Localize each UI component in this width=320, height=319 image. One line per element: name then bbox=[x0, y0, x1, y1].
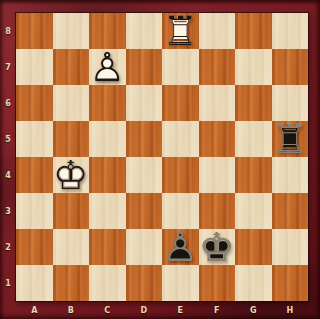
square-d1[interactable] bbox=[126, 265, 163, 301]
square-e5[interactable] bbox=[162, 121, 199, 157]
square-d6[interactable] bbox=[126, 85, 163, 121]
square-f2[interactable]: ♚♔ bbox=[199, 229, 236, 265]
piece-white-rook[interactable]: ♜♖ bbox=[162, 13, 199, 49]
chessboard-frame: ♜♖♟♙♜♖♚♔♟♙♚♔ 87654321 ABCDEFGH bbox=[0, 0, 320, 319]
rank-label-2: 2 bbox=[0, 229, 16, 265]
piece-white-pawn[interactable]: ♟♙ bbox=[89, 49, 126, 85]
square-a2[interactable] bbox=[16, 229, 53, 265]
square-a3[interactable] bbox=[16, 193, 53, 229]
square-d8[interactable] bbox=[126, 13, 163, 49]
square-d2[interactable] bbox=[126, 229, 163, 265]
file-label-c: C bbox=[89, 301, 126, 319]
square-f7[interactable] bbox=[199, 49, 236, 85]
square-e8[interactable]: ♜♖ bbox=[162, 13, 199, 49]
file-labels: ABCDEFGH bbox=[16, 301, 308, 319]
square-f4[interactable] bbox=[199, 157, 236, 193]
rank-label-4: 4 bbox=[0, 157, 16, 193]
square-f1[interactable] bbox=[199, 265, 236, 301]
rank-label-7: 7 bbox=[0, 49, 16, 85]
square-g4[interactable] bbox=[235, 157, 272, 193]
square-g6[interactable] bbox=[235, 85, 272, 121]
square-g8[interactable] bbox=[235, 13, 272, 49]
piece-glyph-outline: ♙ bbox=[89, 49, 126, 85]
square-b7[interactable] bbox=[53, 49, 90, 85]
square-h4[interactable] bbox=[272, 157, 309, 193]
piece-white-king[interactable]: ♚♔ bbox=[53, 157, 90, 193]
square-a6[interactable] bbox=[16, 85, 53, 121]
file-label-a: A bbox=[16, 301, 53, 319]
square-g2[interactable] bbox=[235, 229, 272, 265]
square-h5[interactable]: ♜♖ bbox=[272, 121, 309, 157]
square-h7[interactable] bbox=[272, 49, 309, 85]
rank-label-6: 6 bbox=[0, 85, 16, 121]
piece-black-pawn[interactable]: ♟♙ bbox=[162, 229, 199, 265]
square-b3[interactable] bbox=[53, 193, 90, 229]
piece-glyph-outline: ♔ bbox=[199, 229, 236, 265]
square-a8[interactable] bbox=[16, 13, 53, 49]
piece-glyph-outline: ♔ bbox=[53, 157, 90, 193]
square-b2[interactable] bbox=[53, 229, 90, 265]
square-h8[interactable] bbox=[272, 13, 309, 49]
rank-label-3: 3 bbox=[0, 193, 16, 229]
square-g7[interactable] bbox=[235, 49, 272, 85]
file-label-h: H bbox=[272, 301, 309, 319]
file-label-b: B bbox=[53, 301, 90, 319]
square-a5[interactable] bbox=[16, 121, 53, 157]
square-b6[interactable] bbox=[53, 85, 90, 121]
file-label-e: E bbox=[162, 301, 199, 319]
square-c7[interactable]: ♟♙ bbox=[89, 49, 126, 85]
square-g5[interactable] bbox=[235, 121, 272, 157]
square-f5[interactable] bbox=[199, 121, 236, 157]
square-d3[interactable] bbox=[126, 193, 163, 229]
square-a4[interactable] bbox=[16, 157, 53, 193]
piece-glyph-outline: ♙ bbox=[162, 229, 199, 265]
file-label-g: G bbox=[235, 301, 272, 319]
square-c2[interactable] bbox=[89, 229, 126, 265]
file-label-f: F bbox=[199, 301, 236, 319]
square-b8[interactable] bbox=[53, 13, 90, 49]
rank-label-1: 1 bbox=[0, 265, 16, 301]
square-f6[interactable] bbox=[199, 85, 236, 121]
piece-black-rook[interactable]: ♜♖ bbox=[272, 121, 309, 157]
square-b1[interactable] bbox=[53, 265, 90, 301]
square-e4[interactable] bbox=[162, 157, 199, 193]
square-e7[interactable] bbox=[162, 49, 199, 85]
square-h1[interactable] bbox=[272, 265, 309, 301]
piece-glyph-outline: ♖ bbox=[162, 13, 199, 49]
square-h2[interactable] bbox=[272, 229, 309, 265]
square-g3[interactable] bbox=[235, 193, 272, 229]
square-a1[interactable] bbox=[16, 265, 53, 301]
square-h3[interactable] bbox=[272, 193, 309, 229]
square-b4[interactable]: ♚♔ bbox=[53, 157, 90, 193]
square-e2[interactable]: ♟♙ bbox=[162, 229, 199, 265]
square-e1[interactable] bbox=[162, 265, 199, 301]
square-g1[interactable] bbox=[235, 265, 272, 301]
square-c1[interactable] bbox=[89, 265, 126, 301]
square-d4[interactable] bbox=[126, 157, 163, 193]
square-f8[interactable] bbox=[199, 13, 236, 49]
rank-label-8: 8 bbox=[0, 13, 16, 49]
square-a7[interactable] bbox=[16, 49, 53, 85]
square-d7[interactable] bbox=[126, 49, 163, 85]
chessboard: ♜♖♟♙♜♖♚♔♟♙♚♔ bbox=[16, 13, 308, 301]
file-label-d: D bbox=[126, 301, 163, 319]
piece-glyph-outline: ♖ bbox=[272, 121, 309, 157]
rank-labels: 87654321 bbox=[0, 13, 16, 301]
rank-label-5: 5 bbox=[0, 121, 16, 157]
square-c4[interactable] bbox=[89, 157, 126, 193]
square-e6[interactable] bbox=[162, 85, 199, 121]
square-c5[interactable] bbox=[89, 121, 126, 157]
square-d5[interactable] bbox=[126, 121, 163, 157]
square-c3[interactable] bbox=[89, 193, 126, 229]
square-c6[interactable] bbox=[89, 85, 126, 121]
piece-black-king[interactable]: ♚♔ bbox=[199, 229, 236, 265]
